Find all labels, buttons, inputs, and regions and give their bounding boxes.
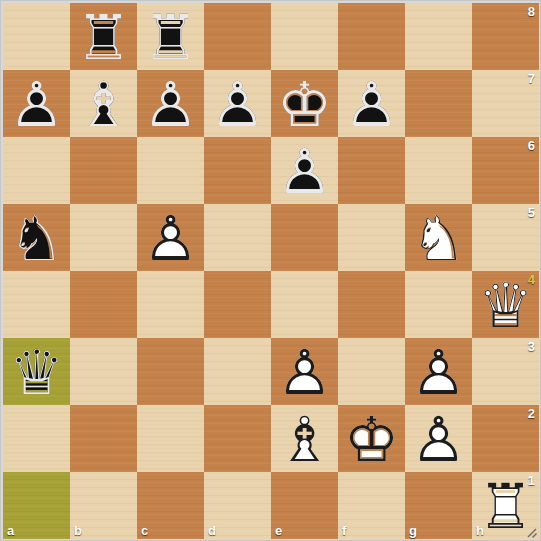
square-e4[interactable]: [271, 271, 338, 338]
piece-fill-glyph: ♝: [271, 406, 338, 473]
piece-fill-glyph: ♟: [338, 71, 405, 138]
piece-fill-glyph: ♟: [137, 71, 204, 138]
file-label-c: c: [141, 523, 148, 538]
black-knight[interactable]: ♞♘: [3, 204, 70, 271]
piece-outline-glyph: ♔: [338, 406, 405, 473]
white-pawn[interactable]: ♟♙: [405, 338, 472, 405]
black-pawn[interactable]: ♟♙: [204, 70, 271, 137]
square-g8[interactable]: [405, 3, 472, 70]
square-b5[interactable]: [70, 204, 137, 271]
square-g1[interactable]: g: [405, 472, 472, 539]
piece-fill-glyph: ♟: [271, 138, 338, 205]
black-bishop[interactable]: ♝♗: [70, 70, 137, 137]
piece-fill-glyph: ♚: [338, 406, 405, 473]
piece-outline-glyph: ♙: [338, 71, 405, 138]
piece-outline-glyph: ♙: [3, 71, 70, 138]
white-pawn[interactable]: ♟♙: [137, 204, 204, 271]
square-h3[interactable]: 3: [472, 338, 539, 405]
piece-outline-glyph: ♔: [271, 71, 338, 138]
square-f4[interactable]: [338, 271, 405, 338]
piece-outline-glyph: ♙: [137, 71, 204, 138]
square-e6[interactable]: ♟♙: [271, 137, 338, 204]
square-d7[interactable]: ♟♙: [204, 70, 271, 137]
square-b8[interactable]: ♜♖: [70, 3, 137, 70]
piece-outline-glyph: ♙: [405, 406, 472, 473]
square-h4[interactable]: ♛♕4: [472, 271, 539, 338]
piece-fill-glyph: ♟: [405, 339, 472, 406]
black-rook[interactable]: ♜♖: [70, 3, 137, 70]
square-e1[interactable]: e: [271, 472, 338, 539]
square-a1[interactable]: a: [3, 472, 70, 539]
piece-outline-glyph: ♗: [70, 71, 137, 138]
square-e3[interactable]: ♟♙: [271, 338, 338, 405]
file-label-d: d: [208, 523, 216, 538]
square-b3[interactable]: [70, 338, 137, 405]
piece-fill-glyph: ♚: [271, 71, 338, 138]
piece-fill-glyph: ♛: [472, 272, 539, 339]
square-b4[interactable]: [70, 271, 137, 338]
square-b1[interactable]: b: [70, 472, 137, 539]
piece-outline-glyph: ♘: [405, 205, 472, 272]
square-f7[interactable]: ♟♙: [338, 70, 405, 137]
white-pawn[interactable]: ♟♙: [405, 405, 472, 472]
file-label-b: b: [74, 523, 82, 538]
piece-outline-glyph: ♗: [271, 406, 338, 473]
file-label-f: f: [342, 523, 346, 538]
rank-label-6: 6: [528, 138, 535, 153]
white-queen[interactable]: ♛♕: [472, 271, 539, 338]
square-f2[interactable]: ♚♔: [338, 405, 405, 472]
piece-fill-glyph: ♟: [137, 205, 204, 272]
square-a2[interactable]: [3, 405, 70, 472]
piece-outline-glyph: ♘: [3, 205, 70, 272]
black-pawn[interactable]: ♟♙: [3, 70, 70, 137]
square-a8[interactable]: [3, 3, 70, 70]
board-frame: ♜♖♜♖8♟♙♝♗♟♙♟♙♚♔♟♙7♟♙6♞♘♟♙♞♘5♛♕4♛♕♟♙♟♙3♝♗…: [0, 0, 541, 541]
square-a4[interactable]: [3, 271, 70, 338]
square-f6[interactable]: [338, 137, 405, 204]
square-d8[interactable]: [204, 3, 271, 70]
square-e7[interactable]: ♚♔: [271, 70, 338, 137]
square-h6[interactable]: 6: [472, 137, 539, 204]
piece-outline-glyph: ♙: [204, 71, 271, 138]
white-bishop[interactable]: ♝♗: [271, 405, 338, 472]
square-g6[interactable]: [405, 137, 472, 204]
file-label-a: a: [7, 523, 14, 538]
piece-outline-glyph: ♖: [137, 4, 204, 71]
piece-outline-glyph: ♙: [271, 339, 338, 406]
square-g7[interactable]: [405, 70, 472, 137]
white-pawn[interactable]: ♟♙: [271, 338, 338, 405]
square-c6[interactable]: [137, 137, 204, 204]
piece-fill-glyph: ♞: [405, 205, 472, 272]
square-a6[interactable]: [3, 137, 70, 204]
rank-label-5: 5: [528, 205, 535, 220]
square-f8[interactable]: [338, 3, 405, 70]
piece-fill-glyph: ♟: [204, 71, 271, 138]
square-h1[interactable]: ♜♖1h: [472, 472, 539, 539]
rank-label-8: 8: [528, 4, 535, 19]
square-g4[interactable]: [405, 271, 472, 338]
piece-outline-glyph: ♖: [70, 4, 137, 71]
square-f1[interactable]: f: [338, 472, 405, 539]
piece-outline-glyph: ♕: [3, 339, 70, 406]
piece-fill-glyph: ♟: [405, 406, 472, 473]
file-label-g: g: [409, 523, 417, 538]
square-d4[interactable]: [204, 271, 271, 338]
white-knight[interactable]: ♞♘: [405, 204, 472, 271]
piece-outline-glyph: ♙: [137, 205, 204, 272]
rank-label-7: 7: [528, 71, 535, 86]
square-b6[interactable]: [70, 137, 137, 204]
square-c7[interactable]: ♟♙: [137, 70, 204, 137]
square-h8[interactable]: 8: [472, 3, 539, 70]
square-b2[interactable]: [70, 405, 137, 472]
square-h5[interactable]: 5: [472, 204, 539, 271]
piece-outline-glyph: ♙: [271, 138, 338, 205]
square-h7[interactable]: 7: [472, 70, 539, 137]
black-queen[interactable]: ♛♕: [3, 338, 70, 405]
square-e2[interactable]: ♝♗: [271, 405, 338, 472]
square-a5[interactable]: ♞♘: [3, 204, 70, 271]
black-king[interactable]: ♚♔: [271, 70, 338, 137]
rank-label-3: 3: [528, 339, 535, 354]
square-b7[interactable]: ♝♗: [70, 70, 137, 137]
square-d3[interactable]: [204, 338, 271, 405]
piece-fill-glyph: ♜: [137, 4, 204, 71]
white-king[interactable]: ♚♔: [338, 405, 405, 472]
piece-fill-glyph: ♟: [271, 339, 338, 406]
black-pawn[interactable]: ♟♙: [338, 70, 405, 137]
piece-fill-glyph: ♛: [3, 339, 70, 406]
piece-fill-glyph: ♟: [3, 71, 70, 138]
square-c2[interactable]: [137, 405, 204, 472]
black-pawn[interactable]: ♟♙: [137, 70, 204, 137]
square-f5[interactable]: [338, 204, 405, 271]
resize-handle-icon[interactable]: [525, 525, 538, 538]
square-c5[interactable]: ♟♙: [137, 204, 204, 271]
square-c1[interactable]: c: [137, 472, 204, 539]
square-a3[interactable]: ♛♕: [3, 338, 70, 405]
piece-fill-glyph: ♞: [3, 205, 70, 272]
square-a7[interactable]: ♟♙: [3, 70, 70, 137]
square-g3[interactable]: ♟♙: [405, 338, 472, 405]
black-rook[interactable]: ♜♖: [137, 3, 204, 70]
file-label-e: e: [275, 523, 282, 538]
piece-outline-glyph: ♙: [405, 339, 472, 406]
square-g5[interactable]: ♞♘: [405, 204, 472, 271]
square-d1[interactable]: d: [204, 472, 271, 539]
square-e5[interactable]: [271, 204, 338, 271]
square-e8[interactable]: [271, 3, 338, 70]
square-d2[interactable]: [204, 405, 271, 472]
piece-outline-glyph: ♕: [472, 272, 539, 339]
square-c4[interactable]: [137, 271, 204, 338]
square-c3[interactable]: [137, 338, 204, 405]
piece-fill-glyph: ♜: [70, 4, 137, 71]
square-c8[interactable]: ♜♖: [137, 3, 204, 70]
square-g2[interactable]: ♟♙: [405, 405, 472, 472]
square-d6[interactable]: [204, 137, 271, 204]
rank-label-2: 2: [528, 406, 535, 421]
square-f3[interactable]: [338, 338, 405, 405]
chess-board: ♜♖♜♖8♟♙♝♗♟♙♟♙♚♔♟♙7♟♙6♞♘♟♙♞♘5♛♕4♛♕♟♙♟♙3♝♗…: [3, 3, 539, 539]
square-d5[interactable]: [204, 204, 271, 271]
piece-fill-glyph: ♝: [70, 71, 137, 138]
square-h2[interactable]: 2: [472, 405, 539, 472]
black-pawn[interactable]: ♟♙: [271, 137, 338, 204]
